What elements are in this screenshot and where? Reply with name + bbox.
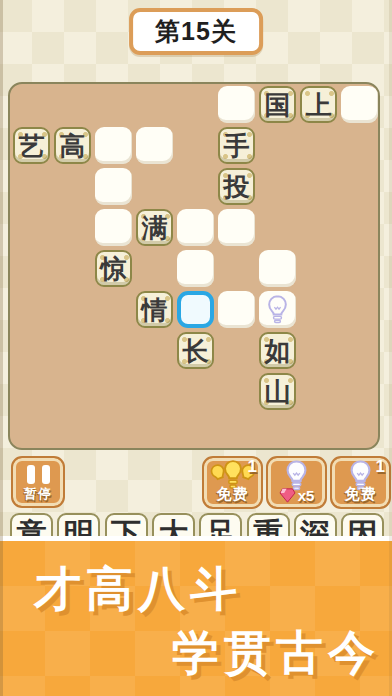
- gem-icon: [279, 488, 296, 503]
- level-banner: 第15关: [129, 8, 263, 55]
- game-screen: 第15关 国上艺高手投满惊情长如山 暂停 1 免费: [0, 0, 392, 696]
- board-tile-empty-r5c5[interactable]: [218, 291, 255, 328]
- board-tile-empty-r1c2[interactable]: [95, 127, 132, 164]
- hint-button-gem[interactable]: x5: [266, 456, 327, 509]
- left-edge-shade: [0, 0, 3, 696]
- board-tile-filled-r3c3: 满: [136, 209, 173, 246]
- board-tile-empty-r0c8[interactable]: [341, 86, 378, 123]
- board-tile-filled-r7c6: 山: [259, 373, 296, 410]
- hint-button-free-1[interactable]: 1 免费: [202, 456, 263, 509]
- ad-banner[interactable]: 才高八斗 学贯古今: [0, 536, 392, 696]
- board-tile-filled-r5c3: 情: [136, 291, 173, 328]
- board-grid: 国上艺高手投满惊情长如山: [13, 86, 378, 451]
- board-tile-empty-r3c2[interactable]: [95, 209, 132, 246]
- board-tile-filled-r6c6: 如: [259, 332, 296, 369]
- board-tile-empty-r4c4[interactable]: [177, 250, 214, 287]
- hint-free-label: 免费: [345, 485, 377, 504]
- board-tile-filled-r4c2: 惊: [95, 250, 132, 287]
- board-tile-filled-r0c6: 国: [259, 86, 296, 123]
- board-tile-filled-r1c0: 艺: [13, 127, 50, 164]
- pause-label: 暂停: [24, 485, 52, 503]
- board-tile-selected-r5c4[interactable]: [177, 291, 214, 328]
- board-tile-empty-r3c4[interactable]: [177, 209, 214, 246]
- pause-icon: [27, 465, 50, 484]
- board-tile-empty-r0c5[interactable]: [218, 86, 255, 123]
- board-tile-filled-r1c5: 手: [218, 127, 255, 164]
- hint-count-badge: 1: [248, 457, 257, 477]
- ad-text-line1: 才高八斗: [34, 558, 242, 621]
- board-tile-filled-r0c7: 上: [300, 86, 337, 123]
- board-tile-filled-r1c1: 高: [54, 127, 91, 164]
- hint-count-badge: 1: [376, 457, 385, 477]
- ad-text-line2: 学贯古今: [172, 622, 380, 685]
- level-label: 第15关: [155, 17, 237, 45]
- board-tile-filled-r2c5: 投: [218, 168, 255, 205]
- gem-count-label: x5: [298, 487, 315, 504]
- board-tile-empty-r1c3[interactable]: [136, 127, 173, 164]
- board-tile-empty-r2c2[interactable]: [95, 168, 132, 205]
- board-tile-empty-r4c6[interactable]: [259, 250, 296, 287]
- crossword-board: 国上艺高手投满惊情长如山: [8, 82, 380, 450]
- board-tile-empty-r3c5[interactable]: [218, 209, 255, 246]
- pause-button[interactable]: 暂停: [11, 456, 65, 508]
- hint-button-free-2[interactable]: 1 免费: [330, 456, 391, 509]
- board-tile-filled-r6c4: 长: [177, 332, 214, 369]
- hint-free-label: 免费: [217, 485, 249, 504]
- board-tile-hint-r5c6[interactable]: [259, 291, 296, 328]
